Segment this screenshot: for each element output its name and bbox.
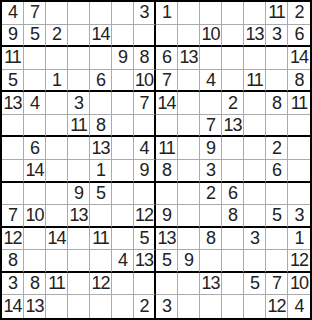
cell-value: 14 [25,160,43,181]
cell-r13c7[interactable] [134,273,156,296]
cell-value: 2 [52,25,61,46]
cell-value: 8 [139,47,148,68]
cell-r13c2[interactable]: 8 [24,273,46,296]
cell-r14c14[interactable]: 4 [288,295,310,318]
cell-r9c10[interactable]: 2 [200,183,222,206]
cell-value: 10 [25,205,43,226]
cell-r9c6[interactable] [112,183,134,206]
cell-r6c10[interactable]: 7 [200,115,222,138]
cell-r4c2[interactable] [24,70,46,93]
cell-value: 3 [74,93,83,114]
cell-r10c7[interactable]: 12 [134,205,156,228]
cell-r3c3[interactable] [46,47,68,70]
cell-r1c5[interactable] [90,2,112,25]
cell-value: 5 [8,70,17,91]
cell-r9c1[interactable] [2,183,24,206]
cell-r8c11[interactable] [222,160,244,183]
cell-r12c4[interactable] [68,250,90,273]
cell-value: 13 [201,273,219,294]
cell-r12c2[interactable] [24,250,46,273]
cell-value: 2 [139,296,148,317]
cell-value: 2 [206,183,215,204]
cell-value: 13 [223,115,241,136]
cell-value: 4 [8,2,17,23]
cell-r9c12[interactable] [244,183,266,206]
cell-r7c2[interactable]: 6 [24,137,46,160]
cell-r1c2[interactable]: 7 [24,2,46,25]
cell-r3c14[interactable]: 14 [288,47,310,70]
cell-r4c3[interactable]: 1 [46,70,68,93]
cell-value: 6 [96,70,105,91]
cell-value: 13 [25,296,43,317]
cell-r2c12[interactable]: 13 [244,25,266,48]
cell-r6c11[interactable]: 13 [222,115,244,138]
cell-value: 12 [91,273,109,294]
cell-value: 14 [157,93,175,114]
cell-value: 7 [162,70,171,91]
cell-value: 11 [92,228,109,249]
cell-value: 5 [162,250,171,271]
cell-r11c9[interactable] [178,228,200,251]
cell-value: 3 [8,273,17,294]
cell-r4c4[interactable] [68,70,90,93]
cell-r14c9[interactable] [178,295,200,318]
cell-r6c5[interactable]: 8 [90,115,112,138]
cell-value: 13 [135,250,153,271]
cell-r7c12[interactable] [244,137,266,160]
cell-value: 10 [201,25,219,46]
cell-r11c14[interactable]: 1 [288,228,310,251]
cell-r3c13[interactable] [266,47,288,70]
cell-r1c14[interactable]: 2 [288,2,310,25]
cell-r14c10[interactable] [200,295,222,318]
cell-r11c8[interactable]: 13 [156,228,178,251]
cell-r5c14[interactable]: 11 [288,92,310,115]
cell-r12c14[interactable]: 12 [288,250,310,273]
cell-r2c3[interactable]: 2 [46,25,68,48]
cell-r4c11[interactable] [222,70,244,93]
cell-r7c9[interactable] [178,137,200,160]
cell-value: 4 [294,296,303,317]
cell-r13c14[interactable]: 10 [288,273,310,296]
cell-r11c13[interactable] [266,228,288,251]
cell-r11c10[interactable]: 8 [200,228,222,251]
cell-r7c3[interactable] [46,137,68,160]
cell-r1c1[interactable]: 4 [2,2,24,25]
cell-r2c11[interactable] [222,25,244,48]
cell-r13c8[interactable] [156,273,178,296]
cell-r1c12[interactable] [244,2,266,25]
cell-value: 4 [30,93,39,114]
cell-r1c3[interactable] [46,2,68,25]
cell-value: 9 [8,25,17,46]
cell-r14c5[interactable] [90,295,112,318]
cell-r11c3[interactable]: 14 [46,228,68,251]
cell-r7c4[interactable] [68,137,90,160]
cell-value: 13 [179,47,197,68]
cell-r1c13[interactable]: 11 [266,2,288,25]
cell-r10c10[interactable] [200,205,222,228]
cell-r4c12[interactable]: 11 [244,70,266,93]
cell-value: 12 [135,205,153,226]
cell-value: 11 [246,70,263,91]
cell-value: 6 [30,138,39,159]
cell-value: 11 [4,47,21,68]
cell-value: 13 [91,138,109,159]
cell-r11c6[interactable] [112,228,134,251]
cell-value: 8 [272,93,281,114]
cell-r3c10[interactable] [200,47,222,70]
cell-value: 12 [3,228,21,249]
cell-r9c4[interactable]: 9 [68,183,90,206]
cell-r12c5[interactable] [90,250,112,273]
cell-r6c3[interactable] [46,115,68,138]
cell-r12c9[interactable]: 9 [178,250,200,273]
cell-r14c13[interactable]: 12 [266,295,288,318]
cell-r4c9[interactable] [178,70,200,93]
cell-r10c3[interactable] [46,205,68,228]
cell-value: 13 [157,228,175,249]
cell-r13c6[interactable] [112,273,134,296]
cell-value: 8 [96,115,105,136]
cell-r6c7[interactable] [134,115,156,138]
cell-value: 2 [228,93,237,114]
cell-r12c8[interactable]: 5 [156,250,178,273]
cell-r8c5[interactable]: 1 [90,160,112,183]
cell-r10c8[interactable]: 9 [156,205,178,228]
cell-value: 3 [139,2,148,23]
cell-r7c6[interactable] [112,137,134,160]
cell-value: 5 [30,25,39,46]
cell-value: 2 [272,138,281,159]
cell-r9c7[interactable] [134,183,156,206]
cell-r3c7[interactable]: 8 [134,47,156,70]
cell-r3c1[interactable]: 11 [2,47,24,70]
cell-r11c7[interactable]: 5 [134,228,156,251]
cell-r8c8[interactable]: 8 [156,160,178,183]
cell-r10c2[interactable]: 10 [24,205,46,228]
cell-r8c2[interactable]: 14 [24,160,46,183]
cell-r8c6[interactable] [112,160,134,183]
cell-r6c4[interactable]: 11 [68,115,90,138]
cell-r5c13[interactable]: 8 [266,92,288,115]
cell-r5c8[interactable]: 14 [156,92,178,115]
cell-r10c11[interactable]: 8 [222,205,244,228]
cell-value: 1 [52,70,61,91]
cell-value: 9 [118,47,127,68]
cell-value: 11 [158,138,175,159]
cell-value: 9 [139,160,148,181]
cell-r6c8[interactable] [156,115,178,138]
cell-value: 3 [162,296,171,317]
cell-value: 14 [290,47,308,68]
cell-r6c13[interactable] [266,115,288,138]
cell-r5c6[interactable] [112,92,134,115]
cell-value: 11 [48,273,65,294]
cell-r3c11[interactable] [222,47,244,70]
cell-r10c13[interactable]: 5 [266,205,288,228]
cell-r7c14[interactable] [288,137,310,160]
cell-value: 14 [91,25,109,46]
cell-r5c2[interactable]: 4 [24,92,46,115]
cell-r12c12[interactable] [244,250,266,273]
cell-value: 12 [267,296,285,317]
cell-r5c7[interactable]: 7 [134,92,156,115]
cell-value: 8 [228,205,237,226]
cell-r5c1[interactable]: 13 [2,92,24,115]
cell-r11c2[interactable] [24,228,46,251]
cell-r9c2[interactable] [24,183,46,206]
cell-r6c12[interactable] [244,115,266,138]
cell-value: 7 [8,205,17,226]
cell-r9c14[interactable] [288,183,310,206]
cell-value: 7 [272,273,281,294]
cell-r12c1[interactable]: 8 [2,250,24,273]
cell-r4c13[interactable] [266,70,288,93]
cell-r4c7[interactable]: 10 [134,70,156,93]
cell-r9c9[interactable] [178,183,200,206]
cell-r10c9[interactable] [178,205,200,228]
cell-r9c3[interactable] [46,183,68,206]
cell-value: 5 [272,205,281,226]
cell-value: 10 [135,70,153,91]
cell-r9c13[interactable] [266,183,288,206]
cell-value: 12 [290,250,308,271]
cell-r12c10[interactable] [200,250,222,273]
cell-r8c9[interactable] [178,160,200,183]
cell-value: 1 [162,2,171,23]
cell-value: 3 [250,228,259,249]
cell-value: 3 [206,160,215,181]
cell-r2c2[interactable]: 5 [24,25,46,48]
cell-r6c9[interactable] [178,115,200,138]
cell-r2c5[interactable]: 14 [90,25,112,48]
cell-value: 14 [3,296,21,317]
cell-r13c9[interactable] [178,273,200,296]
cell-r6c6[interactable] [112,115,134,138]
cell-value: 11 [70,115,87,136]
cell-value: 9 [162,205,171,226]
cell-value: 8 [206,228,215,249]
cell-value: 13 [69,205,87,226]
cell-r10c14[interactable]: 3 [288,205,310,228]
cell-r1c7[interactable]: 3 [134,2,156,25]
cell-value: 14 [47,228,65,249]
cell-value: 8 [30,273,39,294]
cell-value: 7 [139,93,148,114]
cell-r4c6[interactable] [112,70,134,93]
cell-r14c12[interactable] [244,295,266,318]
cell-r11c12[interactable]: 3 [244,228,266,251]
cell-r14c2[interactable]: 13 [24,295,46,318]
cell-value: 9 [184,250,193,271]
cell-value: 7 [206,115,215,136]
cell-r8c13[interactable]: 6 [266,160,288,183]
cell-value: 8 [8,250,17,271]
cell-r12c11[interactable] [222,250,244,273]
cell-r8c3[interactable] [46,160,68,183]
cell-r7c5[interactable]: 13 [90,137,112,160]
cell-r14c7[interactable]: 2 [134,295,156,318]
cell-r2c14[interactable]: 6 [288,25,310,48]
cell-r4c14[interactable]: 8 [288,70,310,93]
cell-r10c1[interactable]: 7 [2,205,24,228]
cell-value: 5 [139,228,148,249]
cell-r7c8[interactable]: 11 [156,137,178,160]
cell-r5c9[interactable] [178,92,200,115]
cell-r3c12[interactable] [244,47,266,70]
cell-r7c13[interactable]: 2 [266,137,288,160]
cell-value: 1 [96,160,105,181]
cell-r2c13[interactable]: 3 [266,25,288,48]
cell-r12c3[interactable] [46,250,68,273]
cell-value: 8 [162,160,171,181]
cell-r2c7[interactable] [134,25,156,48]
cell-r9c5[interactable]: 5 [90,183,112,206]
cell-r10c12[interactable] [244,205,266,228]
cell-r8c12[interactable] [244,160,266,183]
cell-r3c4[interactable] [68,47,90,70]
cell-r12c7[interactable]: 13 [134,250,156,273]
cell-r2c8[interactable] [156,25,178,48]
cell-r6c14[interactable] [288,115,310,138]
cell-r1c9[interactable] [178,2,200,25]
cell-r11c1[interactable]: 12 [2,228,24,251]
cell-value: 6 [228,183,237,204]
cell-r8c1[interactable] [2,160,24,183]
cell-value: 13 [245,25,263,46]
cell-r12c6[interactable]: 4 [112,250,134,273]
cell-r7c10[interactable]: 9 [200,137,222,160]
cell-r8c10[interactable]: 3 [200,160,222,183]
cell-r14c6[interactable] [112,295,134,318]
cell-r2c1[interactable]: 9 [2,25,24,48]
cell-r1c10[interactable] [200,2,222,25]
cell-r1c8[interactable]: 1 [156,2,178,25]
cell-r14c3[interactable] [46,295,68,318]
cell-r9c11[interactable]: 6 [222,183,244,206]
cell-r5c10[interactable] [200,92,222,115]
cell-value: 4 [206,70,215,91]
cell-r13c10[interactable]: 13 [200,273,222,296]
cell-r1c11[interactable] [222,2,244,25]
cell-r3c9[interactable]: 13 [178,47,200,70]
cell-r5c3[interactable] [46,92,68,115]
cell-value: 7 [30,2,39,23]
cell-r14c1[interactable]: 14 [2,295,24,318]
cell-r3c6[interactable]: 9 [112,47,134,70]
sudoku-board: 4731112952141013361198613145161074118134… [0,0,312,320]
cell-r14c8[interactable]: 3 [156,295,178,318]
cell-value: 10 [290,273,308,294]
cell-value: 6 [294,25,303,46]
cell-r5c5[interactable] [90,92,112,115]
cell-value: 11 [291,93,308,114]
cell-r3c5[interactable] [90,47,112,70]
cell-r10c6[interactable] [112,205,134,228]
cell-r14c11[interactable] [222,295,244,318]
cell-r4c8[interactable]: 7 [156,70,178,93]
cell-r13c4[interactable] [68,273,90,296]
cell-r6c1[interactable] [2,115,24,138]
cell-r8c7[interactable]: 9 [134,160,156,183]
cell-r11c11[interactable] [222,228,244,251]
cell-value: 9 [206,138,215,159]
cell-r7c7[interactable]: 4 [134,137,156,160]
cell-value: 5 [96,183,105,204]
cell-r11c4[interactable] [68,228,90,251]
cell-r12c13[interactable] [266,250,288,273]
cell-r10c5[interactable] [90,205,112,228]
cell-r4c10[interactable]: 4 [200,70,222,93]
cell-r13c1[interactable]: 3 [2,273,24,296]
cell-r3c2[interactable] [24,47,46,70]
cell-r13c13[interactable]: 7 [266,273,288,296]
cell-r5c11[interactable]: 2 [222,92,244,115]
cell-r10c4[interactable]: 13 [68,205,90,228]
cell-r2c4[interactable] [68,25,90,48]
cell-value: 4 [139,138,148,159]
cell-r4c5[interactable]: 6 [90,70,112,93]
cell-r8c14[interactable] [288,160,310,183]
cell-r7c1[interactable] [2,137,24,160]
cell-value: 1 [294,228,303,249]
cell-r6c2[interactable] [24,115,46,138]
cell-r2c9[interactable] [178,25,200,48]
cell-r5c4[interactable]: 3 [68,92,90,115]
cell-r7c11[interactable] [222,137,244,160]
cell-value: 6 [272,160,281,181]
cell-r9c8[interactable] [156,183,178,206]
cell-r13c12[interactable]: 5 [244,273,266,296]
cell-r5c12[interactable] [244,92,266,115]
cell-value: 3 [272,25,281,46]
cell-value: 3 [294,205,303,226]
cell-value: 2 [294,2,303,23]
cell-r3c8[interactable]: 6 [156,47,178,70]
cell-r2c6[interactable] [112,25,134,48]
cell-r8c4[interactable] [68,160,90,183]
cell-r2c10[interactable]: 10 [200,25,222,48]
cell-r1c4[interactable] [68,2,90,25]
cell-value: 5 [250,273,259,294]
cell-r13c11[interactable] [222,273,244,296]
cell-value: 6 [162,47,171,68]
cell-r13c3[interactable]: 11 [46,273,68,296]
cell-value: 9 [74,183,83,204]
cell-r13c5[interactable]: 12 [90,273,112,296]
cell-r14c4[interactable] [68,295,90,318]
cell-value: 11 [268,2,285,23]
cell-r4c1[interactable]: 5 [2,70,24,93]
cell-value: 8 [294,70,303,91]
cell-value: 4 [118,250,127,271]
cell-value: 13 [3,93,21,114]
cell-r1c6[interactable] [112,2,134,25]
cell-r11c5[interactable]: 11 [90,228,112,251]
